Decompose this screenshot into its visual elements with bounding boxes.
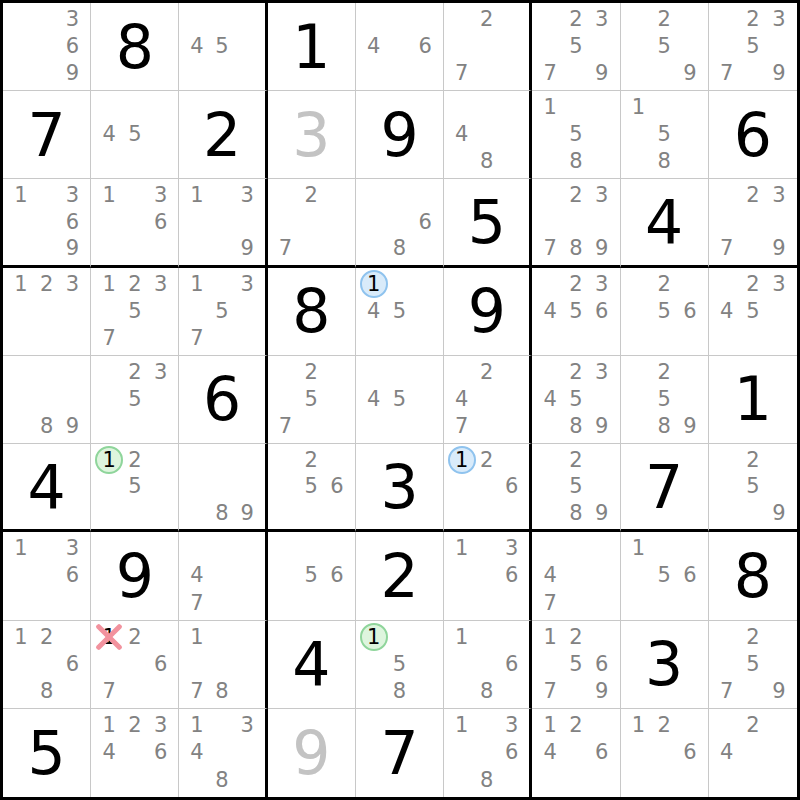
candidate-slot-1: 1 bbox=[8, 271, 34, 298]
cell-r5c6[interactable]: 247 bbox=[444, 356, 532, 444]
candidate-slot-2: 2 bbox=[122, 624, 148, 651]
candidate-slot-3 bbox=[499, 447, 524, 473]
cell-r7c6[interactable]: 136 bbox=[444, 532, 532, 620]
candidate-slot-3 bbox=[412, 359, 438, 386]
candidate-1: 1 bbox=[632, 715, 645, 736]
candidate-slot-3 bbox=[148, 94, 174, 121]
candidate-slot-6 bbox=[766, 33, 792, 60]
cell-r3c1[interactable]: 1369 bbox=[3, 179, 91, 267]
candidate-slot-7: 7 bbox=[273, 235, 299, 261]
cell-r6c2[interactable]: 125 bbox=[91, 444, 179, 532]
candidate-slot-4: 4 bbox=[184, 739, 209, 766]
candidate-slot-1 bbox=[537, 6, 563, 33]
cell-r4c9[interactable]: 2345 bbox=[709, 268, 797, 356]
cell-r1c4[interactable]: 1 bbox=[268, 3, 356, 91]
cell-r2c1[interactable]: 7 bbox=[3, 91, 91, 179]
candidate-slot-5 bbox=[298, 209, 324, 235]
cell-r9c5[interactable]: 7 bbox=[356, 709, 444, 797]
candidate-9: 9 bbox=[66, 416, 79, 437]
candidate-slot-9: 9 bbox=[766, 678, 792, 705]
candidate-slot-7 bbox=[449, 767, 474, 794]
candidate-slot-3 bbox=[235, 535, 260, 562]
candidate-slot-6: 6 bbox=[59, 562, 85, 589]
candidate-slot-1: 1 bbox=[537, 94, 563, 121]
candidate-slot-2: 2 bbox=[563, 712, 589, 739]
cell-r8c9[interactable]: 2579 bbox=[709, 621, 797, 709]
cell-r1c8[interactable]: 259 bbox=[621, 3, 709, 91]
candidate-6: 6 bbox=[683, 301, 696, 322]
candidate-7: 7 bbox=[544, 63, 557, 84]
candidate-slot-9: 9 bbox=[589, 235, 615, 261]
candidate-slot-1: 1 bbox=[184, 271, 209, 298]
candidate-slot-9: 9 bbox=[766, 60, 792, 87]
candidate-3: 3 bbox=[154, 185, 167, 206]
candidate-slot-3: 3 bbox=[766, 271, 792, 298]
candidate-slot-8: 8 bbox=[210, 767, 235, 794]
candidate-2: 2 bbox=[746, 185, 759, 206]
candidate-9: 9 bbox=[66, 238, 79, 259]
candidate-slot-4 bbox=[273, 474, 299, 500]
candidate-3: 3 bbox=[772, 274, 785, 295]
candidate-slot-8 bbox=[210, 589, 235, 616]
candidate-6: 6 bbox=[595, 742, 608, 763]
candidate-slot-3: 3 bbox=[59, 271, 85, 298]
candidate-8: 8 bbox=[480, 770, 493, 791]
cell-r9c3[interactable]: 1348 bbox=[179, 709, 267, 797]
candidate-grid: 125 bbox=[91, 444, 178, 529]
cell-r8c2[interactable]: 1267 bbox=[91, 621, 179, 709]
candidate-slot-4 bbox=[8, 562, 34, 589]
candidate-slot-1 bbox=[714, 447, 740, 473]
candidate-slot-5: 5 bbox=[210, 298, 235, 325]
candidate-slot-3: 3 bbox=[499, 535, 524, 562]
candidate-slot-1 bbox=[273, 535, 299, 562]
candidate-slot-6 bbox=[59, 298, 85, 325]
candidate-slot-5: 5 bbox=[298, 386, 324, 413]
cell-r4c8[interactable]: 256 bbox=[621, 268, 709, 356]
candidate-grid: 2579 bbox=[709, 621, 797, 708]
candidate-slot-7 bbox=[8, 589, 34, 616]
cell-r8c7[interactable]: 125679 bbox=[532, 621, 620, 709]
cell-r3c9[interactable]: 2379 bbox=[709, 179, 797, 267]
cell-r9c4[interactable]: 9 bbox=[268, 709, 356, 797]
candidate-slot-8 bbox=[122, 325, 148, 352]
solved-digit: 3 bbox=[356, 444, 443, 529]
candidate-7: 7 bbox=[720, 63, 733, 84]
solved-digit-gray: 3 bbox=[268, 91, 355, 178]
cell-r9c1[interactable]: 5 bbox=[3, 709, 91, 797]
candidate-slot-6 bbox=[412, 298, 438, 325]
cell-r6c1[interactable]: 4 bbox=[3, 444, 91, 532]
candidate-slot-7 bbox=[273, 589, 299, 616]
candidate-slot-3: 3 bbox=[589, 359, 615, 386]
candidate-8: 8 bbox=[657, 151, 670, 172]
cell-r5c9[interactable]: 1 bbox=[709, 356, 797, 444]
cell-r2c4[interactable]: 3 bbox=[268, 91, 356, 179]
candidate-slot-3: 3 bbox=[59, 535, 85, 562]
candidate-slot-6 bbox=[412, 651, 438, 678]
cell-r4c2[interactable]: 12357 bbox=[91, 268, 179, 356]
candidate-slot-6: 6 bbox=[589, 298, 615, 325]
cell-r2c6[interactable]: 48 bbox=[444, 91, 532, 179]
candidate-slot-8 bbox=[651, 767, 677, 794]
candidate-slot-2 bbox=[34, 359, 60, 386]
candidate-slot-5 bbox=[34, 651, 60, 678]
candidate-slot-5: 5 bbox=[651, 562, 677, 589]
candidate-slot-3 bbox=[412, 624, 438, 651]
candidate-grid: 235 bbox=[91, 356, 178, 443]
candidate-slot-8 bbox=[474, 413, 499, 440]
candidate-slot-5: 5 bbox=[122, 474, 148, 500]
candidate-slot-1 bbox=[96, 94, 122, 121]
candidate-slot-6 bbox=[766, 298, 792, 325]
cell-r2c2[interactable]: 45 bbox=[91, 91, 179, 179]
cell-r1c1[interactable]: 369 bbox=[3, 3, 91, 91]
candidate-slot-5 bbox=[122, 651, 148, 678]
candidate-slot-8: 8 bbox=[474, 148, 499, 175]
cell-r9c9[interactable]: 24 bbox=[709, 709, 797, 797]
cell-r6c9[interactable]: 259 bbox=[709, 444, 797, 532]
candidate-slot-4: 4 bbox=[361, 298, 387, 325]
candidate-5: 5 bbox=[569, 124, 582, 145]
cell-r8c6[interactable]: 168 bbox=[444, 621, 532, 709]
candidate-slot-3 bbox=[324, 359, 350, 386]
candidate-grid: 89 bbox=[179, 444, 264, 529]
candidate-8: 8 bbox=[393, 681, 406, 702]
candidate-slot-4 bbox=[273, 386, 299, 413]
candidate-5: 5 bbox=[569, 389, 582, 410]
candidate-slot-7 bbox=[626, 325, 652, 352]
candidate-slot-4 bbox=[626, 298, 652, 325]
cell-r7c2[interactable]: 9 bbox=[91, 532, 179, 620]
candidate-9: 9 bbox=[683, 416, 696, 437]
candidate-2: 2 bbox=[305, 185, 318, 206]
candidate-5: 5 bbox=[746, 476, 759, 497]
candidate-slot-3: 3 bbox=[589, 271, 615, 298]
cell-r4c4[interactable]: 8 bbox=[268, 268, 356, 356]
cell-r5c7[interactable]: 234589 bbox=[532, 356, 620, 444]
candidate-slot-8 bbox=[740, 235, 766, 261]
cell-r6c6[interactable]: 126 bbox=[444, 444, 532, 532]
candidate-slot-8 bbox=[563, 60, 589, 87]
candidate-slot-2: 2 bbox=[34, 271, 60, 298]
cell-r7c3[interactable]: 47 bbox=[179, 532, 267, 620]
candidate-grid: 56 bbox=[268, 532, 355, 619]
cell-r6c5[interactable]: 3 bbox=[356, 444, 444, 532]
candidate-grid: 12346 bbox=[91, 709, 178, 797]
candidate-9: 9 bbox=[772, 238, 785, 259]
cell-r4c1[interactable]: 123 bbox=[3, 268, 91, 356]
cell-r5c5[interactable]: 45 bbox=[356, 356, 444, 444]
candidate-grid: 123 bbox=[3, 268, 90, 355]
cell-r4c3[interactable]: 1357 bbox=[179, 268, 267, 356]
candidate-slot-6 bbox=[677, 121, 703, 148]
candidate-slot-3 bbox=[677, 535, 703, 562]
cell-r3c8[interactable]: 4 bbox=[621, 179, 709, 267]
candidate-2: 2 bbox=[128, 274, 141, 295]
candidate-slot-2 bbox=[34, 6, 60, 33]
candidate-slot-6 bbox=[766, 474, 792, 500]
cell-r8c1[interactable]: 1268 bbox=[3, 621, 91, 709]
candidate-slot-8: 8 bbox=[563, 413, 589, 440]
candidate-slot-2 bbox=[387, 624, 413, 651]
solved-digit: 8 bbox=[91, 3, 178, 90]
candidate-slot-9: 9 bbox=[589, 678, 615, 705]
candidate-slot-6 bbox=[677, 33, 703, 60]
candidate-slot-2 bbox=[210, 535, 235, 562]
cell-r1c2[interactable]: 8 bbox=[91, 3, 179, 91]
solved-digit: 4 bbox=[621, 179, 708, 264]
candidate-3: 3 bbox=[772, 185, 785, 206]
cell-r4c6[interactable]: 9 bbox=[444, 268, 532, 356]
candidate-grid: 1369 bbox=[3, 179, 90, 264]
candidate-slot-3 bbox=[589, 535, 615, 562]
candidate-slot-6 bbox=[235, 474, 260, 500]
cell-r9c2[interactable]: 12346 bbox=[91, 709, 179, 797]
candidate-slot-1: 1 bbox=[537, 712, 563, 739]
candidate-grid: 45 bbox=[356, 356, 443, 443]
cell-r7c7[interactable]: 47 bbox=[532, 532, 620, 620]
candidate-slot-4 bbox=[8, 298, 34, 325]
candidate-8: 8 bbox=[215, 770, 228, 791]
candidate-grid: 234589 bbox=[532, 356, 619, 443]
candidate-7: 7 bbox=[720, 238, 733, 259]
candidate-5: 5 bbox=[569, 36, 582, 57]
candidate-slot-4: 4 bbox=[537, 386, 563, 413]
candidate-5: 5 bbox=[393, 654, 406, 675]
candidate-1: 1 bbox=[455, 538, 468, 559]
cell-r6c4[interactable]: 256 bbox=[268, 444, 356, 532]
cell-r7c5[interactable]: 2 bbox=[356, 532, 444, 620]
cell-r5c1[interactable]: 89 bbox=[3, 356, 91, 444]
candidate-slot-9 bbox=[148, 235, 174, 261]
candidate-slot-2 bbox=[210, 624, 235, 651]
candidate-slot-7: 7 bbox=[96, 678, 122, 705]
candidate-slot-7 bbox=[714, 500, 740, 526]
cell-r4c5[interactable]: 145 bbox=[356, 268, 444, 356]
cell-r5c4[interactable]: 257 bbox=[268, 356, 356, 444]
candidate-grid: 168 bbox=[444, 621, 529, 708]
cell-r3c4[interactable]: 27 bbox=[268, 179, 356, 267]
candidate-slot-7 bbox=[449, 500, 474, 526]
candidate-slot-9 bbox=[324, 235, 350, 261]
candidate-slot-9 bbox=[412, 235, 438, 261]
candidate-slot-9 bbox=[148, 678, 174, 705]
candidate-slot-4 bbox=[626, 739, 652, 766]
candidate-slot-5 bbox=[474, 474, 499, 500]
cell-r7c8[interactable]: 156 bbox=[621, 532, 709, 620]
candidate-grid: 369 bbox=[3, 3, 90, 90]
candidate-slot-4 bbox=[8, 651, 34, 678]
candidate-slot-7: 7 bbox=[714, 235, 740, 261]
candidate-4: 4 bbox=[367, 301, 380, 322]
candidate-grid: 89 bbox=[3, 356, 90, 443]
candidate-slot-4 bbox=[626, 33, 652, 60]
candidate-slot-5: 5 bbox=[651, 298, 677, 325]
candidate-8: 8 bbox=[393, 238, 406, 259]
candidate-1: 1 bbox=[367, 274, 380, 295]
cell-r6c8[interactable]: 7 bbox=[621, 444, 709, 532]
candidate-grid: 256 bbox=[268, 444, 355, 529]
candidate-9: 9 bbox=[595, 63, 608, 84]
cell-r2c5[interactable]: 9 bbox=[356, 91, 444, 179]
candidate-6: 6 bbox=[505, 565, 518, 586]
candidate-6: 6 bbox=[154, 654, 167, 675]
candidate-slot-6: 6 bbox=[677, 562, 703, 589]
cell-r4c7[interactable]: 23456 bbox=[532, 268, 620, 356]
candidate-slot-3: 3 bbox=[235, 271, 260, 298]
candidate-grid: 27 bbox=[268, 179, 355, 264]
cell-r3c6[interactable]: 5 bbox=[444, 179, 532, 267]
candidate-1: 1 bbox=[190, 715, 203, 736]
candidate-slot-1 bbox=[449, 6, 474, 33]
candidate-7: 7 bbox=[190, 593, 203, 614]
cell-r2c3[interactable]: 2 bbox=[179, 91, 267, 179]
candidate-grid: 24 bbox=[709, 709, 797, 797]
candidate-2: 2 bbox=[569, 450, 582, 471]
candidate-slot-5: 5 bbox=[563, 121, 589, 148]
candidate-slot-4 bbox=[537, 651, 563, 678]
cell-r7c9[interactable]: 8 bbox=[709, 532, 797, 620]
candidate-1: 1 bbox=[102, 627, 115, 648]
candidate-8: 8 bbox=[480, 681, 493, 702]
candidate-slot-2: 2 bbox=[122, 359, 148, 386]
candidate-slot-4 bbox=[449, 33, 474, 60]
candidate-slot-5: 5 bbox=[563, 33, 589, 60]
cell-r8c3[interactable]: 178 bbox=[179, 621, 267, 709]
candidate-9: 9 bbox=[595, 503, 608, 524]
cell-r9c8[interactable]: 126 bbox=[621, 709, 709, 797]
candidate-slot-8 bbox=[740, 500, 766, 526]
cell-r2c7[interactable]: 158 bbox=[532, 91, 620, 179]
candidate-slot-4 bbox=[714, 474, 740, 500]
candidate-slot-6 bbox=[589, 562, 615, 589]
candidate-slot-8 bbox=[298, 235, 324, 261]
candidate-5: 5 bbox=[305, 565, 318, 586]
candidate-slot-4 bbox=[449, 562, 474, 589]
candidate-6: 6 bbox=[154, 742, 167, 763]
cell-r2c8[interactable]: 158 bbox=[621, 91, 709, 179]
candidate-slot-9 bbox=[235, 678, 260, 705]
candidate-6: 6 bbox=[505, 742, 518, 763]
candidate-slot-6: 6 bbox=[59, 209, 85, 235]
candidate-2: 2 bbox=[657, 715, 670, 736]
candidate-slot-1 bbox=[184, 447, 209, 473]
candidate-slot-5 bbox=[122, 739, 148, 766]
candidate-slot-7 bbox=[361, 60, 387, 87]
candidate-slot-4 bbox=[537, 33, 563, 60]
candidate-slot-8 bbox=[563, 589, 589, 616]
candidate-grid: 1348 bbox=[179, 709, 264, 797]
candidate-1: 1 bbox=[367, 627, 380, 648]
candidate-slot-8: 8 bbox=[387, 235, 413, 261]
cell-r6c3[interactable]: 89 bbox=[179, 444, 267, 532]
cell-r8c4[interactable]: 4 bbox=[268, 621, 356, 709]
candidate-slot-3 bbox=[499, 624, 524, 651]
cell-r3c2[interactable]: 136 bbox=[91, 179, 179, 267]
candidate-slot-8 bbox=[122, 413, 148, 440]
cell-r3c5[interactable]: 68 bbox=[356, 179, 444, 267]
candidate-6: 6 bbox=[66, 565, 79, 586]
cell-r7c1[interactable]: 136 bbox=[3, 532, 91, 620]
cell-r2c9[interactable]: 6 bbox=[709, 91, 797, 179]
candidate-slot-1: 1 bbox=[626, 712, 652, 739]
candidate-slot-4 bbox=[537, 121, 563, 148]
candidate-slot-8 bbox=[387, 325, 413, 352]
cell-r9c6[interactable]: 1368 bbox=[444, 709, 532, 797]
candidate-slot-6: 6 bbox=[59, 33, 85, 60]
candidate-slot-7 bbox=[8, 678, 34, 705]
candidate-slot-2: 2 bbox=[34, 624, 60, 651]
candidate-slot-4 bbox=[626, 386, 652, 413]
candidate-2: 2 bbox=[569, 627, 582, 648]
candidate-grid: 145 bbox=[356, 268, 443, 355]
candidate-slot-5: 5 bbox=[122, 121, 148, 148]
candidate-slot-6 bbox=[589, 121, 615, 148]
candidate-slot-9: 9 bbox=[677, 60, 703, 87]
candidate-slot-8 bbox=[210, 325, 235, 352]
candidate-slot-9: 9 bbox=[677, 413, 703, 440]
cell-r1c5[interactable]: 46 bbox=[356, 3, 444, 91]
candidate-slot-3: 3 bbox=[589, 182, 615, 208]
candidate-slot-8 bbox=[563, 767, 589, 794]
candidate-3: 3 bbox=[66, 274, 79, 295]
candidate-slot-4 bbox=[449, 651, 474, 678]
candidate-3: 3 bbox=[240, 185, 253, 206]
candidate-slot-7 bbox=[537, 148, 563, 175]
cell-r3c3[interactable]: 139 bbox=[179, 179, 267, 267]
candidate-slot-2 bbox=[474, 624, 499, 651]
cell-r9c7[interactable]: 1246 bbox=[532, 709, 620, 797]
cell-r5c8[interactable]: 2589 bbox=[621, 356, 709, 444]
cell-r6c7[interactable]: 2589 bbox=[532, 444, 620, 532]
candidate-2: 2 bbox=[305, 450, 318, 471]
candidate-8: 8 bbox=[569, 151, 582, 172]
candidate-slot-3 bbox=[589, 94, 615, 121]
candidate-slot-6: 6 bbox=[59, 651, 85, 678]
candidate-8: 8 bbox=[40, 681, 53, 702]
cell-r3c7[interactable]: 23789 bbox=[532, 179, 620, 267]
candidate-slot-3 bbox=[59, 624, 85, 651]
candidate-slot-6: 6 bbox=[589, 739, 615, 766]
candidate-slot-3: 3 bbox=[59, 182, 85, 208]
candidate-slot-3 bbox=[324, 182, 350, 208]
candidate-slot-8 bbox=[651, 325, 677, 352]
candidate-slot-9 bbox=[766, 325, 792, 352]
cell-r1c3[interactable]: 45 bbox=[179, 3, 267, 91]
candidate-5: 5 bbox=[657, 36, 670, 57]
candidate-slot-3: 3 bbox=[59, 6, 85, 33]
cell-r1c9[interactable]: 23579 bbox=[709, 3, 797, 91]
cell-r7c4[interactable]: 56 bbox=[268, 532, 356, 620]
cell-r1c7[interactable]: 23579 bbox=[532, 3, 620, 91]
candidate-9: 9 bbox=[772, 503, 785, 524]
candidate-slot-5 bbox=[474, 33, 499, 60]
cell-r8c8[interactable]: 3 bbox=[621, 621, 709, 709]
cell-r1c6[interactable]: 27 bbox=[444, 3, 532, 91]
cell-r5c3[interactable]: 6 bbox=[179, 356, 267, 444]
cell-r8c5[interactable]: 158 bbox=[356, 621, 444, 709]
candidate-5: 5 bbox=[746, 301, 759, 322]
candidate-4: 4 bbox=[190, 742, 203, 763]
candidate-3: 3 bbox=[595, 185, 608, 206]
candidate-slot-9 bbox=[589, 767, 615, 794]
candidate-grid: 247 bbox=[444, 356, 529, 443]
candidate-slot-5: 5 bbox=[387, 298, 413, 325]
candidate-grid: 46 bbox=[356, 3, 443, 90]
candidate-5: 5 bbox=[657, 301, 670, 322]
cell-r5c2[interactable]: 235 bbox=[91, 356, 179, 444]
